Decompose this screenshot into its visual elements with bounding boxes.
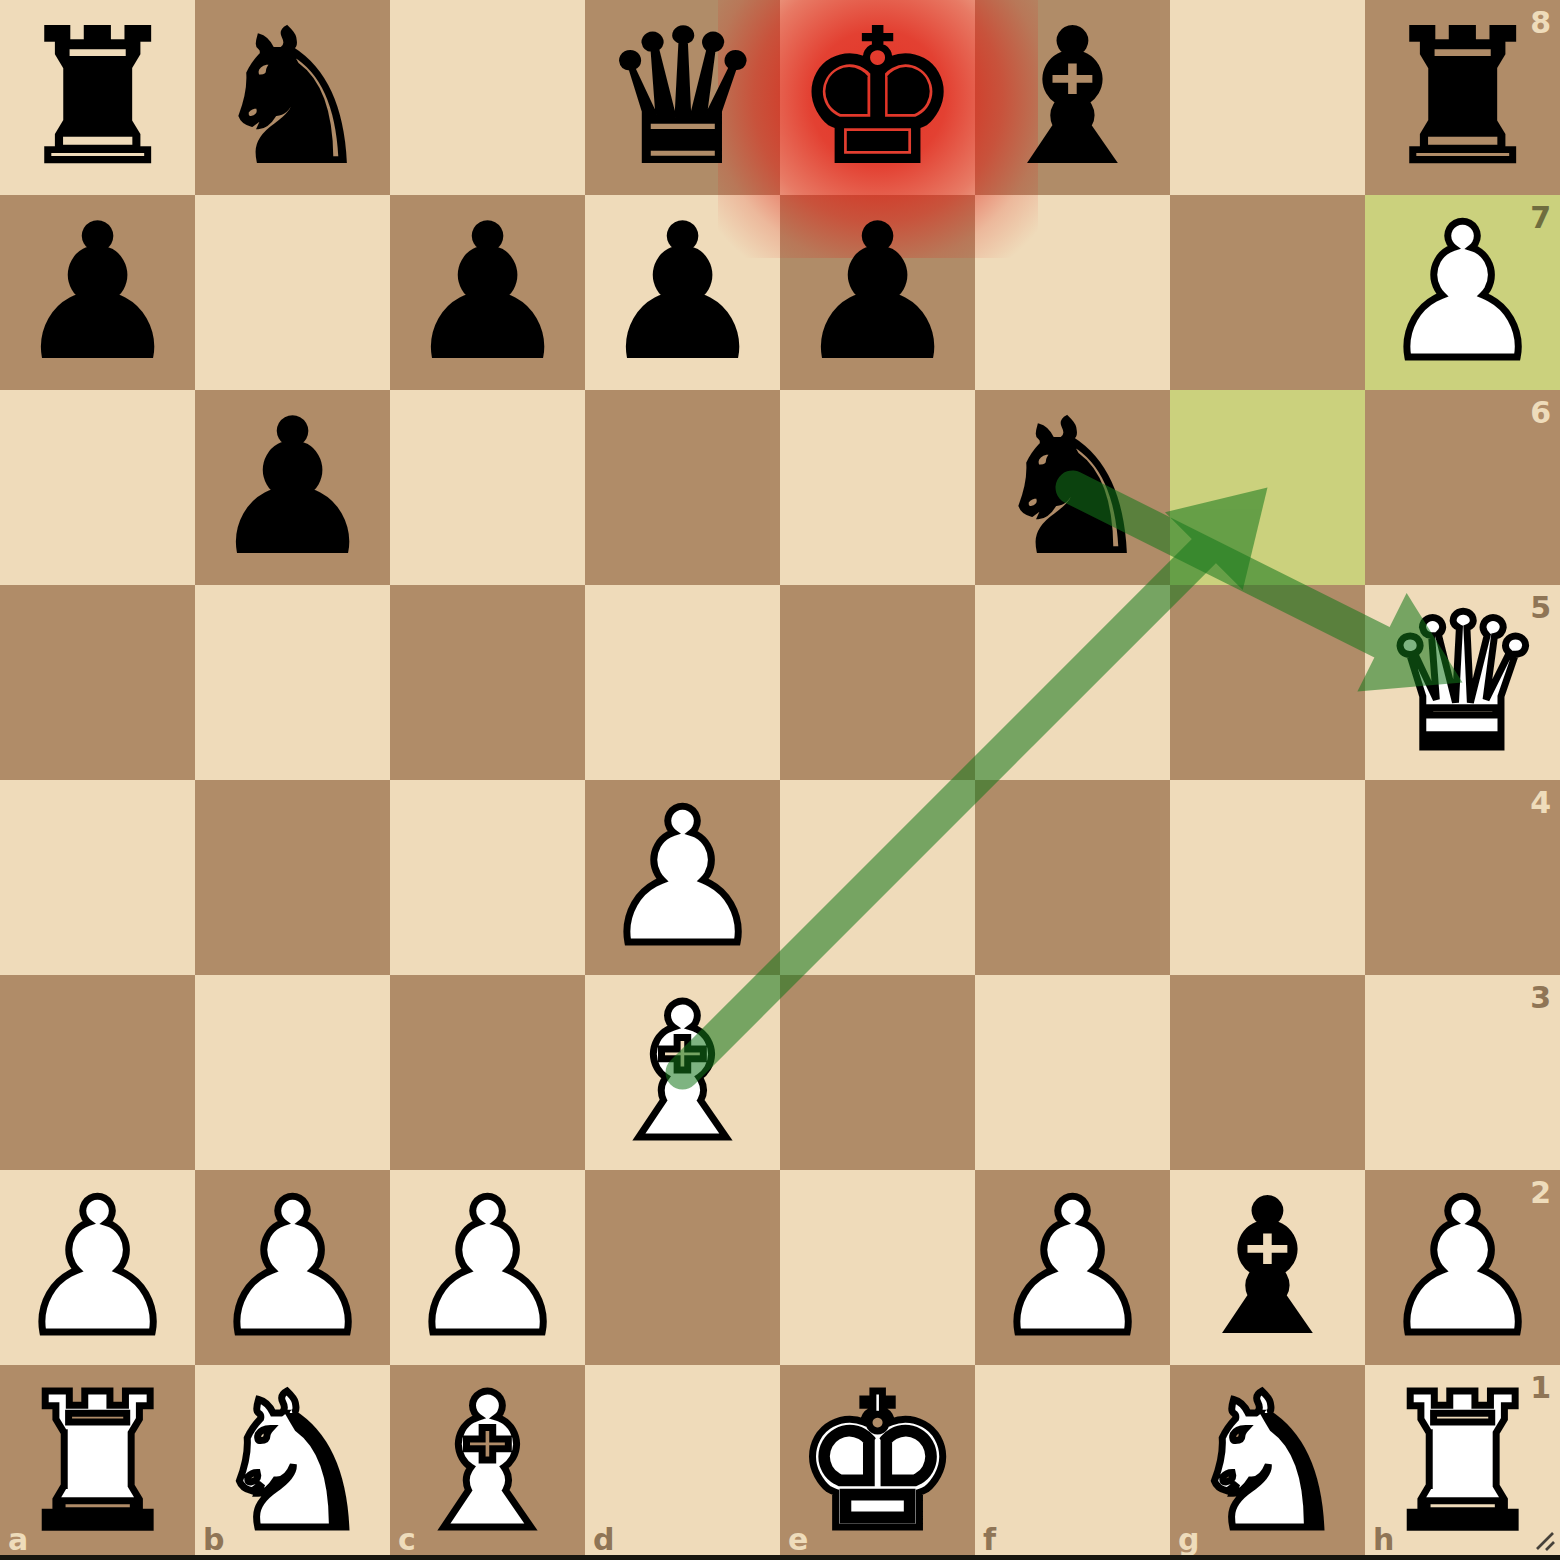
square-e4[interactable] <box>780 780 975 975</box>
piece-black-knight-f6[interactable]: ♞ <box>975 390 1170 585</box>
chess-board: ♜♞♛♚♝♜8♟♟♟♟♟7♟♞6♛5♟4♝3♟♟♟♟♝♟2♜a♞b♝cd♚ef♞… <box>0 0 1560 1560</box>
square-g7[interactable] <box>1170 195 1365 390</box>
coord-file-f: f <box>983 1522 996 1557</box>
square-h7[interactable]: ♟7 <box>1365 195 1560 390</box>
square-e5[interactable] <box>780 585 975 780</box>
piece-white-pawn-a2[interactable]: ♟ <box>0 1170 195 1365</box>
square-a4[interactable] <box>0 780 195 975</box>
square-b6[interactable]: ♟ <box>195 390 390 585</box>
square-a6[interactable] <box>0 390 195 585</box>
piece-black-pawn-d7[interactable]: ♟ <box>585 195 780 390</box>
coord-file-d: d <box>593 1522 614 1557</box>
square-a3[interactable] <box>0 975 195 1170</box>
square-d4[interactable]: ♟ <box>585 780 780 975</box>
piece-black-bishop-f8[interactable]: ♝ <box>975 0 1170 195</box>
piece-black-rook-h8[interactable]: ♜ <box>1365 0 1560 195</box>
piece-white-knight-b1[interactable]: ♞ <box>195 1365 390 1560</box>
piece-white-queen-h5[interactable]: ♛ <box>1365 585 1560 780</box>
piece-black-pawn-b6[interactable]: ♟ <box>195 390 390 585</box>
square-a7[interactable]: ♟ <box>0 195 195 390</box>
square-e3[interactable] <box>780 975 975 1170</box>
piece-white-bishop-d3[interactable]: ♝ <box>585 975 780 1170</box>
piece-white-rook-a1[interactable]: ♜ <box>0 1365 195 1560</box>
piece-black-pawn-e7[interactable]: ♟ <box>780 195 975 390</box>
square-e6[interactable] <box>780 390 975 585</box>
square-b5[interactable] <box>195 585 390 780</box>
piece-white-king-e1[interactable]: ♚ <box>780 1365 975 1560</box>
square-d6[interactable] <box>585 390 780 585</box>
piece-black-queen-d8[interactable]: ♛ <box>585 0 780 195</box>
piece-white-knight-g1[interactable]: ♞ <box>1170 1365 1365 1560</box>
piece-black-pawn-c7[interactable]: ♟ <box>390 195 585 390</box>
piece-white-pawn-h7[interactable]: ♟ <box>1365 195 1560 390</box>
square-f6[interactable]: ♞ <box>975 390 1170 585</box>
square-a1[interactable]: ♜a <box>0 1365 195 1560</box>
square-d1[interactable]: d <box>585 1365 780 1560</box>
square-g3[interactable] <box>1170 975 1365 1170</box>
square-e8[interactable]: ♚ <box>780 0 975 195</box>
piece-black-pawn-a7[interactable]: ♟ <box>0 195 195 390</box>
piece-black-bishop-g2[interactable]: ♝ <box>1170 1170 1365 1365</box>
square-c2[interactable]: ♟ <box>390 1170 585 1365</box>
square-b4[interactable] <box>195 780 390 975</box>
square-g1[interactable]: ♞g <box>1170 1365 1365 1560</box>
coord-rank-3: 3 <box>1530 980 1551 1015</box>
square-b7[interactable] <box>195 195 390 390</box>
piece-white-pawn-d4[interactable]: ♟ <box>585 780 780 975</box>
square-e2[interactable] <box>780 1170 975 1365</box>
square-b1[interactable]: ♞b <box>195 1365 390 1560</box>
square-f4[interactable] <box>975 780 1170 975</box>
piece-white-pawn-c2[interactable]: ♟ <box>390 1170 585 1365</box>
square-c5[interactable] <box>390 585 585 780</box>
square-f5[interactable] <box>975 585 1170 780</box>
square-e1[interactable]: ♚e <box>780 1365 975 1560</box>
piece-black-knight-b8[interactable]: ♞ <box>195 0 390 195</box>
square-c3[interactable] <box>390 975 585 1170</box>
piece-white-pawn-f2[interactable]: ♟ <box>975 1170 1170 1365</box>
square-d3[interactable]: ♝ <box>585 975 780 1170</box>
square-d7[interactable]: ♟ <box>585 195 780 390</box>
square-b2[interactable]: ♟ <box>195 1170 390 1365</box>
square-g6[interactable] <box>1170 390 1365 585</box>
board-resize-handle[interactable] <box>1527 1523 1557 1553</box>
square-g4[interactable] <box>1170 780 1365 975</box>
square-f7[interactable] <box>975 195 1170 390</box>
page-background-edge <box>0 1555 1560 1560</box>
square-g8[interactable] <box>1170 0 1365 195</box>
square-b8[interactable]: ♞ <box>195 0 390 195</box>
square-f1[interactable]: f <box>975 1365 1170 1560</box>
square-g5[interactable] <box>1170 585 1365 780</box>
square-d2[interactable] <box>585 1170 780 1365</box>
square-a8[interactable]: ♜ <box>0 0 195 195</box>
square-h6[interactable]: 6 <box>1365 390 1560 585</box>
square-h8[interactable]: ♜8 <box>1365 0 1560 195</box>
square-b3[interactable] <box>195 975 390 1170</box>
piece-white-bishop-c1[interactable]: ♝ <box>390 1365 585 1560</box>
square-c1[interactable]: ♝c <box>390 1365 585 1560</box>
square-h4[interactable]: 4 <box>1365 780 1560 975</box>
square-c4[interactable] <box>390 780 585 975</box>
square-g2[interactable]: ♝ <box>1170 1170 1365 1365</box>
square-d5[interactable] <box>585 585 780 780</box>
square-c8[interactable] <box>390 0 585 195</box>
square-c7[interactable]: ♟ <box>390 195 585 390</box>
square-f8[interactable]: ♝ <box>975 0 1170 195</box>
square-f3[interactable] <box>975 975 1170 1170</box>
square-a2[interactable]: ♟ <box>0 1170 195 1365</box>
square-a5[interactable] <box>0 585 195 780</box>
piece-white-pawn-h2[interactable]: ♟ <box>1365 1170 1560 1365</box>
square-e7[interactable]: ♟ <box>780 195 975 390</box>
square-d8[interactable]: ♛ <box>585 0 780 195</box>
piece-black-rook-a8[interactable]: ♜ <box>0 0 195 195</box>
square-f2[interactable]: ♟ <box>975 1170 1170 1365</box>
square-h3[interactable]: 3 <box>1365 975 1560 1170</box>
square-c6[interactable] <box>390 390 585 585</box>
square-h2[interactable]: ♟2 <box>1365 1170 1560 1365</box>
piece-black-king-e8[interactable]: ♚ <box>780 0 975 195</box>
square-h5[interactable]: ♛5 <box>1365 585 1560 780</box>
piece-white-pawn-b2[interactable]: ♟ <box>195 1170 390 1365</box>
